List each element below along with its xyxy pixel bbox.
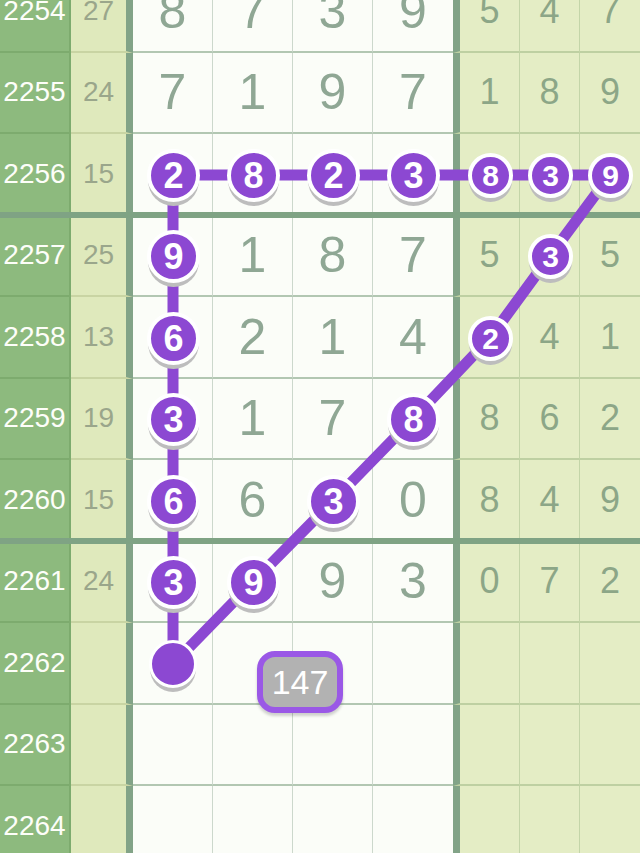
circle-digit: 9 xyxy=(163,236,183,278)
selected-number-circle[interactable]: 3 xyxy=(307,475,360,528)
circle-digit: 9 xyxy=(602,159,619,193)
current-position-dot[interactable] xyxy=(149,640,197,688)
selected-number-circle[interactable]: 3 xyxy=(147,393,200,446)
selected-number-circle[interactable]: 3 xyxy=(528,234,573,279)
selected-number-circle[interactable]: 6 xyxy=(147,475,200,528)
circle-digit: 8 xyxy=(243,155,263,197)
selected-number-circle[interactable]: 8 xyxy=(227,149,280,202)
circle-digit: 2 xyxy=(163,155,183,197)
circle-digit: 2 xyxy=(482,322,499,356)
selected-number-circle[interactable]: 8 xyxy=(387,393,440,446)
selected-number-circle[interactable]: 9 xyxy=(588,153,633,198)
selected-number-circle[interactable]: 3 xyxy=(387,149,440,202)
selected-number-circle[interactable]: 6 xyxy=(147,312,200,365)
chart-canvas: 2254 27 8 7 3 9 5 4 7 2255 24 7 1 9 7 1 … xyxy=(0,0,640,853)
circle-digit: 3 xyxy=(163,562,183,604)
circle-digit: 8 xyxy=(403,399,423,441)
selected-number-circle[interactable]: 2 xyxy=(468,316,513,361)
prediction-badge[interactable]: 147 xyxy=(257,651,343,713)
circle-digit: 8 xyxy=(482,159,499,193)
selected-number-circle[interactable]: 3 xyxy=(528,153,573,198)
circle-digit: 3 xyxy=(323,481,343,523)
trend-lines-svg xyxy=(0,0,640,853)
selected-number-circle[interactable]: 9 xyxy=(227,556,280,609)
circle-digit: 3 xyxy=(542,240,559,274)
circle-digit: 6 xyxy=(163,318,183,360)
circle-digit: 2 xyxy=(323,155,343,197)
circle-digit: 3 xyxy=(403,155,423,197)
selected-number-circle[interactable]: 3 xyxy=(147,556,200,609)
circle-digit: 9 xyxy=(243,562,263,604)
circle-digit: 6 xyxy=(163,481,183,523)
trend-chart: 2254 27 8 7 3 9 5 4 7 2255 24 7 1 9 7 1 … xyxy=(0,0,640,853)
selected-number-circle[interactable]: 2 xyxy=(307,149,360,202)
circle-digit: 3 xyxy=(542,159,559,193)
circle-digit: 3 xyxy=(163,399,183,441)
selected-number-circle[interactable]: 8 xyxy=(468,153,513,198)
prediction-value: 147 xyxy=(272,663,329,702)
selected-number-circle[interactable]: 9 xyxy=(147,230,200,283)
selected-number-circle[interactable]: 2 xyxy=(147,149,200,202)
